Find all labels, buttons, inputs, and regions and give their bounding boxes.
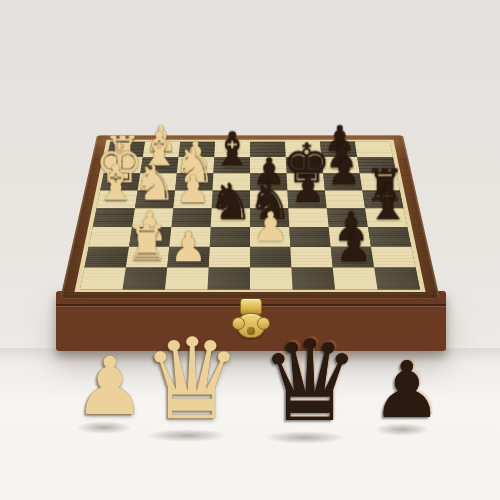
square-h7 <box>333 268 378 290</box>
photo-scene: ♟♟♜♝♟♝♟♚♞♟♚♟♝♞♟♟♜♞♞♝♟♟♟♜♟♟ ♟ ♛ ♛ ♟ <box>0 0 500 500</box>
black-pawn: ♟ <box>290 170 324 208</box>
square-g5 <box>250 247 291 268</box>
captured-white-queen: ♛ <box>142 323 232 435</box>
captured-black-queen: ♛ <box>260 325 350 437</box>
square-d3: ♟ <box>173 190 212 208</box>
square-h3 <box>165 268 209 290</box>
square-c7: ♟ <box>323 173 362 190</box>
square-g3: ♟ <box>167 247 209 268</box>
black-pawn: ♟ <box>335 226 372 267</box>
square-f6 <box>289 227 330 247</box>
black-knight: ♞ <box>208 177 253 227</box>
white-pawn: ♟ <box>169 226 206 267</box>
square-g1 <box>84 247 129 268</box>
captured-white-pawn: ♟ <box>74 347 134 427</box>
white-bishop: ♝ <box>94 159 138 208</box>
square-h8 <box>374 268 420 290</box>
square-b4: ♝ <box>213 157 250 173</box>
latch-pin <box>247 327 255 335</box>
square-f4 <box>210 227 250 247</box>
board-perspective-scene: ♟♟♜♝♟♝♟♚♞♟♚♟♝♞♟♟♜♞♞♝♟♟♟♜♟♟ <box>48 44 452 299</box>
white-pawn: ♟ <box>252 206 288 246</box>
chess-board: ♟♟♜♝♟♝♟♚♞♟♚♟♝♞♟♟♜♞♞♝♟♟♟♜♟♟ <box>60 135 440 299</box>
square-g7: ♟ <box>331 247 375 268</box>
black-bishop: ♝ <box>365 177 410 227</box>
white-rook: ♜ <box>125 219 168 267</box>
square-e6 <box>288 208 328 227</box>
square-f8 <box>368 227 411 247</box>
square-g2: ♜ <box>126 247 170 268</box>
square-h4 <box>207 268 250 290</box>
white-pawn: ♟ <box>175 170 209 208</box>
square-g8 <box>371 247 416 268</box>
square-f5: ♟ <box>250 227 290 247</box>
black-bishop: ♝ <box>211 127 253 174</box>
square-d6: ♟ <box>287 190 326 208</box>
square-g4 <box>209 247 250 268</box>
square-h6 <box>291 268 335 290</box>
board-squares: ♟♟♜♝♟♝♟♚♞♟♚♟♝♞♟♟♜♞♞♝♟♟♟♜♟♟ <box>74 140 425 292</box>
square-h5 <box>250 268 293 290</box>
black-pawn: ♟ <box>327 153 361 190</box>
square-e4: ♞ <box>211 208 250 227</box>
square-h2 <box>122 268 167 290</box>
captured-black-pawn: ♟ <box>372 351 432 429</box>
white-knight: ♞ <box>132 159 176 208</box>
square-g6 <box>290 247 332 268</box>
square-h1 <box>80 268 126 290</box>
